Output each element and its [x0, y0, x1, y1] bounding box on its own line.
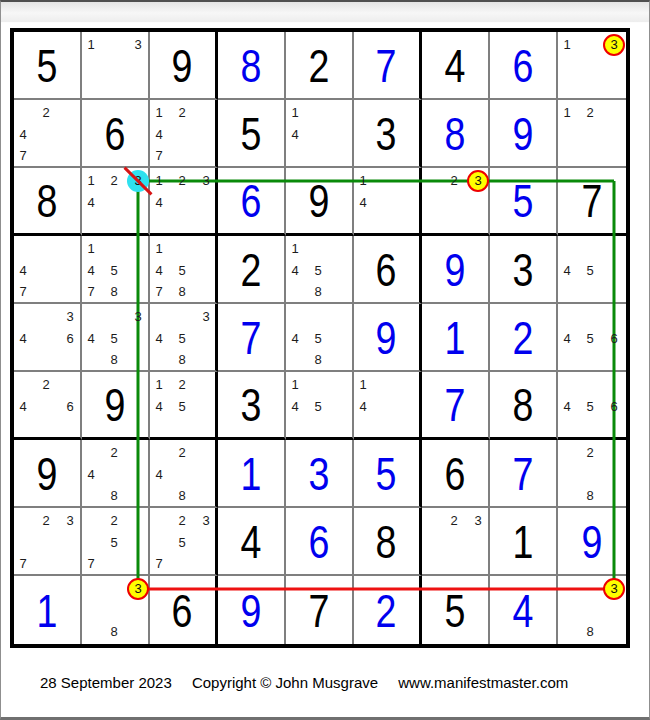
pencil-mark: 8	[308, 282, 328, 302]
pencil-mark: 2	[104, 443, 124, 463]
pencil-mark: 7	[149, 554, 169, 574]
pencil-mark: 4	[81, 261, 101, 281]
pencil-mark: 2	[104, 171, 124, 191]
cell-r5c2[interactable]: 3458	[82, 304, 150, 372]
pencil-mark: 4	[149, 329, 169, 349]
cell-r3c4[interactable]: 6	[218, 168, 286, 236]
pencil-mark: 1	[353, 171, 373, 191]
pencil-mark: 5	[104, 261, 124, 281]
pencil-mark: 6	[60, 397, 80, 417]
sudoku-board: 5139827461324761247514389128123412346914…	[10, 28, 630, 648]
chain-node-circle: 3	[603, 578, 625, 600]
given-digit: 3	[513, 246, 534, 293]
cell-r4c3[interactable]: 14578	[150, 236, 218, 304]
pencil-mark: 2	[580, 103, 600, 123]
pencil-mark: 4	[13, 397, 33, 417]
solved-digit: 5	[376, 450, 397, 497]
solved-digit: 8	[241, 42, 262, 89]
pencil-mark: 3	[196, 511, 216, 531]
solved-digit: 7	[445, 381, 466, 428]
cell-r8c3[interactable]: 2357	[150, 508, 218, 576]
pencil-mark: 1	[81, 239, 101, 259]
pencil-mark: 3	[128, 307, 148, 327]
given-digit: 6	[172, 587, 193, 634]
pencil-mark: 1	[353, 375, 373, 395]
given-digit: 6	[105, 110, 126, 157]
pencil-mark: 7	[13, 554, 33, 574]
cell-r9c3[interactable]: 6	[150, 576, 218, 644]
pencil-mark: 4	[557, 397, 577, 417]
pencil-mark: 2	[580, 443, 600, 463]
footer: 28 September 2023 Copyright © John Musgr…	[40, 674, 584, 691]
cell-r7c6[interactable]: 5	[354, 440, 422, 508]
cell-r8c5[interactable]: 6	[286, 508, 354, 576]
pencil-mark: 5	[104, 329, 124, 349]
solved-digit: 6	[309, 518, 330, 565]
pencil-mark: 8	[172, 282, 192, 302]
pencil-mark: 5	[580, 261, 600, 281]
solved-digit: 5	[513, 177, 534, 224]
cell-r8c1[interactable]: 237	[14, 508, 82, 576]
cell-r5c1[interactable]: 346	[14, 304, 82, 372]
cell-r1c1[interactable]: 5	[14, 32, 82, 100]
cell-r2c3[interactable]: 1247	[150, 100, 218, 168]
cell-r8c7[interactable]: 23	[422, 508, 490, 576]
pencil-mark: 4	[353, 397, 373, 417]
pencil-mark: 6	[604, 329, 624, 349]
pencil-mark: 2	[36, 103, 56, 123]
given-digit: 9	[172, 42, 193, 89]
cell-r1c6[interactable]: 7	[354, 32, 422, 100]
pencil-mark: 8	[104, 622, 124, 642]
given-digit: 8	[513, 381, 534, 428]
pencil-mark: 1	[557, 103, 577, 123]
app-window: 5139827461324761247514389128123412346914…	[0, 0, 650, 720]
pencil-mark: 2	[172, 375, 192, 395]
pencil-mark: 2	[36, 511, 56, 531]
cell-r6c4[interactable]: 3	[218, 372, 286, 440]
pencil-mark: 3	[468, 511, 488, 531]
cell-r5c4[interactable]: 7	[218, 304, 286, 372]
solved-digit: 1	[241, 450, 262, 497]
given-digit: 4	[445, 42, 466, 89]
cell-r7c7[interactable]: 6	[422, 440, 490, 508]
cell-r3c6[interactable]: 14	[354, 168, 422, 236]
cell-r2c6[interactable]: 3	[354, 100, 422, 168]
cell-r7c2[interactable]: 248	[82, 440, 150, 508]
pencil-mark: 1	[81, 171, 101, 191]
pencil-mark: 1	[149, 103, 169, 123]
solved-digit: 2	[513, 314, 534, 361]
given-digit: 5	[445, 587, 466, 634]
pencil-mark: 4	[13, 125, 33, 145]
chain-node-circle: 3	[603, 34, 625, 56]
pencil-mark: 4	[149, 397, 169, 417]
pencil-mark: 4	[285, 329, 305, 349]
solved-digit: 2	[376, 587, 397, 634]
solved-digit: 6	[513, 42, 534, 89]
pencil-mark: 3	[196, 171, 216, 191]
chain-node-circle: 3	[127, 578, 149, 600]
pencil-mark: 4	[285, 125, 305, 145]
pencil-mark: 5	[308, 397, 328, 417]
solved-digit: 9	[241, 587, 262, 634]
cell-r9c4[interactable]: 9	[218, 576, 286, 644]
pencil-mark: 5	[104, 533, 124, 553]
cell-r3c9[interactable]: 7	[558, 168, 626, 236]
cell-r1c8[interactable]: 6	[490, 32, 558, 100]
pencil-mark: 2	[444, 511, 464, 531]
pencil-mark: 4	[81, 193, 101, 213]
given-digit: 4	[241, 518, 262, 565]
pencil-mark: 7	[81, 554, 101, 574]
pencil-mark: 8	[172, 486, 192, 506]
pencil-mark: 7	[149, 146, 169, 166]
solved-digit: 7	[376, 42, 397, 89]
pencil-mark: 5	[308, 261, 328, 281]
cell-r3c3[interactable]: 1234	[150, 168, 218, 236]
solved-digit: 1	[445, 314, 466, 361]
cell-r5c7[interactable]: 1	[422, 304, 490, 372]
cell-r5c6[interactable]: 9	[354, 304, 422, 372]
pencil-mark: 7	[81, 282, 101, 302]
pencil-mark: 6	[604, 397, 624, 417]
pencil-mark: 2	[172, 103, 192, 123]
pencil-mark: 5	[580, 329, 600, 349]
cell-r3c2[interactable]: 1234	[82, 168, 150, 236]
footer-website: www.manifestmaster.com	[398, 674, 568, 691]
pencil-mark: 8	[104, 486, 124, 506]
pencil-mark: 4	[557, 261, 577, 281]
cell-r9c1[interactable]: 1	[14, 576, 82, 644]
pencil-mark: 7	[149, 282, 169, 302]
pencil-mark: 4	[149, 465, 169, 485]
pencil-mark: 1	[285, 375, 305, 395]
cell-r6c3[interactable]: 1245	[150, 372, 218, 440]
pencil-mark: 3	[60, 307, 80, 327]
cell-r7c9[interactable]: 28	[558, 440, 626, 508]
pencil-mark: 4	[149, 125, 169, 145]
cell-r2c4[interactable]: 5	[218, 100, 286, 168]
given-digit: 5	[37, 42, 58, 89]
solved-digit: 7	[513, 450, 534, 497]
pencil-mark: 5	[172, 533, 192, 553]
solved-digit: 9	[376, 314, 397, 361]
pencil-mark: 4	[81, 329, 101, 349]
cell-r1c5[interactable]: 2	[286, 32, 354, 100]
pencil-mark: 4	[285, 397, 305, 417]
cell-r1c3[interactable]: 9	[150, 32, 218, 100]
cell-r3c1[interactable]: 8	[14, 168, 82, 236]
solved-digit: 6	[241, 177, 262, 224]
cell-r4c1[interactable]: 47	[14, 236, 82, 304]
given-digit: 5	[241, 110, 262, 157]
pencil-mark: 1	[149, 239, 169, 259]
given-digit: 2	[241, 246, 262, 293]
solved-digit: 9	[582, 518, 603, 565]
pencil-mark: 2	[172, 171, 192, 191]
window-titlebar	[1, 2, 649, 23]
solved-digit: 7	[241, 314, 262, 361]
cell-r1c7[interactable]: 4	[422, 32, 490, 100]
given-digit: 1	[513, 518, 534, 565]
pencil-mark: 2	[172, 443, 192, 463]
pencil-mark: 1	[285, 239, 305, 259]
cell-r7c3[interactable]: 248	[150, 440, 218, 508]
given-digit: 7	[582, 177, 603, 224]
cell-r8c8[interactable]: 1	[490, 508, 558, 576]
cell-r6c2[interactable]: 9	[82, 372, 150, 440]
pencil-mark: 8	[104, 350, 124, 370]
pencil-mark: 4	[13, 261, 33, 281]
solved-digit: 1	[37, 587, 58, 634]
cell-r9c6[interactable]: 2	[354, 576, 422, 644]
cell-r5c3[interactable]: 3458	[150, 304, 218, 372]
cell-r7c1[interactable]: 9	[14, 440, 82, 508]
cell-r5c9[interactable]: 456	[558, 304, 626, 372]
cell-r7c8[interactable]: 7	[490, 440, 558, 508]
pencil-mark: 7	[13, 146, 33, 166]
cell-r2c2[interactable]: 6	[82, 100, 150, 168]
pencil-mark: 4	[285, 261, 305, 281]
cell-r5c8[interactable]: 2	[490, 304, 558, 372]
cell-r5c5[interactable]: 458	[286, 304, 354, 372]
pencil-mark: 8	[580, 622, 600, 642]
cell-r6c1[interactable]: 246	[14, 372, 82, 440]
pencil-mark: 3	[196, 307, 216, 327]
cell-r6c7[interactable]: 7	[422, 372, 490, 440]
solved-digit: 4	[513, 587, 534, 634]
cell-r8c2[interactable]: 257	[82, 508, 150, 576]
cell-r9c8[interactable]: 4	[490, 576, 558, 644]
cell-r2c1[interactable]: 247	[14, 100, 82, 168]
pencil-mark: 4	[13, 329, 33, 349]
pencil-mark: 1	[149, 171, 169, 191]
pencil-mark: 8	[308, 350, 328, 370]
pencil-mark: 6	[60, 329, 80, 349]
pencil-mark: 3	[60, 511, 80, 531]
cell-r8c6[interactable]: 8	[354, 508, 422, 576]
cell-r3c5[interactable]: 9	[286, 168, 354, 236]
footer-date: 28 September 2023	[40, 674, 172, 691]
cell-r3c8[interactable]: 5	[490, 168, 558, 236]
given-digit: 6	[445, 450, 466, 497]
given-digit: 9	[309, 177, 330, 224]
cell-r7c5[interactable]: 3	[286, 440, 354, 508]
cell-r4c9[interactable]: 45	[558, 236, 626, 304]
pencil-mark: 5	[580, 397, 600, 417]
cell-r6c5[interactable]: 145	[286, 372, 354, 440]
cell-r1c4[interactable]: 8	[218, 32, 286, 100]
cell-r8c9[interactable]: 9	[558, 508, 626, 576]
cell-r1c2[interactable]: 13	[82, 32, 150, 100]
cell-r6c9[interactable]: 456	[558, 372, 626, 440]
given-digit: 3	[241, 381, 262, 428]
cell-r4c7[interactable]: 9	[422, 236, 490, 304]
sudoku-grid: 5139827461324761247514389128123412346914…	[14, 32, 626, 644]
pencil-mark: 5	[172, 329, 192, 349]
solved-digit: 9	[445, 246, 466, 293]
cell-r6c8[interactable]: 8	[490, 372, 558, 440]
given-digit: 3	[376, 110, 397, 157]
pencil-mark: 8	[580, 486, 600, 506]
cell-r2c8[interactable]: 9	[490, 100, 558, 168]
solved-digit: 3	[309, 450, 330, 497]
cell-r3c7[interactable]: 23	[422, 168, 490, 236]
cell-r4c5[interactable]: 1458	[286, 236, 354, 304]
solved-digit: 9	[513, 110, 534, 157]
footer-copyright: Copyright © John Musgrave	[192, 674, 378, 691]
pencil-mark: 1	[557, 35, 577, 55]
given-digit: 9	[105, 381, 126, 428]
cell-r9c5[interactable]: 7	[286, 576, 354, 644]
pencil-mark: 3	[128, 35, 148, 55]
chain-node-circle: 3	[467, 170, 489, 192]
cell-r4c8[interactable]: 3	[490, 236, 558, 304]
pencil-mark: 8	[172, 350, 192, 370]
pencil-mark: 7	[13, 282, 33, 302]
cell-r9c9[interactable]: 38	[558, 576, 626, 644]
given-digit: 8	[37, 177, 58, 224]
pencil-mark: 2	[104, 511, 124, 531]
cell-r2c9[interactable]: 12	[558, 100, 626, 168]
eliminated-candidate: 3	[127, 170, 149, 192]
pencil-mark: 4	[149, 193, 169, 213]
given-digit: 7	[309, 587, 330, 634]
cell-r9c7[interactable]: 5	[422, 576, 490, 644]
cell-r4c2[interactable]: 14578	[82, 236, 150, 304]
cell-r4c4[interactable]: 2	[218, 236, 286, 304]
solved-digit: 8	[445, 110, 466, 157]
cell-r2c7[interactable]: 8	[422, 100, 490, 168]
given-digit: 8	[376, 518, 397, 565]
cell-r2c5[interactable]: 14	[286, 100, 354, 168]
given-digit: 9	[37, 450, 58, 497]
pencil-mark: 2	[444, 171, 464, 191]
pencil-mark: 5	[172, 261, 192, 281]
pencil-mark: 2	[172, 511, 192, 531]
given-digit: 2	[309, 42, 330, 89]
cell-r9c2[interactable]: 38	[82, 576, 150, 644]
pencil-mark: 1	[149, 375, 169, 395]
given-digit: 6	[376, 246, 397, 293]
pencil-mark: 4	[149, 261, 169, 281]
cell-r8c4[interactable]: 4	[218, 508, 286, 576]
cell-r7c4[interactable]: 1	[218, 440, 286, 508]
pencil-mark: 8	[104, 282, 124, 302]
cell-r4c6[interactable]: 6	[354, 236, 422, 304]
pencil-mark: 4	[353, 193, 373, 213]
pencil-mark: 4	[557, 329, 577, 349]
pencil-mark: 2	[36, 375, 56, 395]
pencil-mark: 5	[308, 329, 328, 349]
cell-r1c9[interactable]: 13	[558, 32, 626, 100]
pencil-mark: 5	[172, 397, 192, 417]
pencil-mark: 1	[285, 103, 305, 123]
cell-r6c6[interactable]: 14	[354, 372, 422, 440]
pencil-mark: 1	[81, 35, 101, 55]
pencil-mark: 4	[81, 465, 101, 485]
